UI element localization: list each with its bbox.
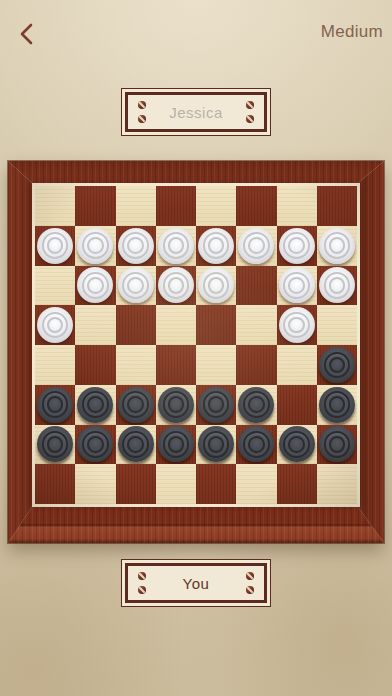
square-b5[interactable] [75,305,115,345]
screw-icon [246,572,254,580]
square-h6[interactable] [317,266,357,306]
square-f4[interactable] [236,345,276,385]
white-piece[interactable] [279,307,315,343]
player-name: You [183,575,210,592]
square-a1[interactable] [35,464,75,504]
white-piece[interactable] [198,228,234,264]
square-d1[interactable] [156,464,196,504]
screw-icon [138,101,146,109]
square-b2[interactable] [75,425,115,465]
square-c8[interactable] [116,186,156,226]
square-e5[interactable] [196,305,236,345]
player-name-plate: You [125,563,267,603]
white-piece[interactable] [279,228,315,264]
square-f8[interactable] [236,186,276,226]
square-f1[interactable] [236,464,276,504]
square-a7[interactable] [35,226,75,266]
square-h2[interactable] [317,425,357,465]
screw-icon [138,115,146,123]
black-piece[interactable] [319,347,355,383]
square-e8[interactable] [196,186,236,226]
black-piece[interactable] [158,426,194,462]
chevron-left-icon [18,32,34,49]
white-piece[interactable] [319,267,355,303]
black-piece[interactable] [198,426,234,462]
black-piece[interactable] [77,387,113,423]
black-piece[interactable] [118,387,154,423]
square-d3[interactable] [156,385,196,425]
board-frame-left [8,161,32,543]
square-d4[interactable] [156,345,196,385]
square-g2[interactable] [277,425,317,465]
square-g6[interactable] [277,266,317,306]
black-piece[interactable] [37,426,73,462]
white-piece[interactable] [319,228,355,264]
square-b4[interactable] [75,345,115,385]
square-b3[interactable] [75,385,115,425]
black-piece[interactable] [279,426,315,462]
square-a2[interactable] [35,425,75,465]
square-c5[interactable] [116,305,156,345]
square-f5[interactable] [236,305,276,345]
square-b8[interactable] [75,186,115,226]
square-a5[interactable] [35,305,75,345]
square-e1[interactable] [196,464,236,504]
square-d2[interactable] [156,425,196,465]
square-d8[interactable] [156,186,196,226]
square-b6[interactable] [75,266,115,306]
white-piece[interactable] [198,267,234,303]
square-g3[interactable] [277,385,317,425]
white-piece[interactable] [158,267,194,303]
square-c2[interactable] [116,425,156,465]
white-piece[interactable] [37,228,73,264]
white-piece[interactable] [118,228,154,264]
square-f7[interactable] [236,226,276,266]
white-piece[interactable] [118,267,154,303]
black-piece[interactable] [77,426,113,462]
opponent-name: Jessica [169,104,223,121]
black-piece[interactable] [319,426,355,462]
square-h4[interactable] [317,345,357,385]
board-frame-top [8,161,384,183]
square-h3[interactable] [317,385,357,425]
board-frame-right [358,161,384,543]
game-board [8,161,384,543]
square-f3[interactable] [236,385,276,425]
white-piece[interactable] [158,228,194,264]
opponent-name-plate: Jessica [125,92,267,132]
white-piece[interactable] [77,267,113,303]
screw-icon [246,115,254,123]
square-h5[interactable] [317,305,357,345]
screw-icon [138,572,146,580]
black-piece[interactable] [198,387,234,423]
square-h7[interactable] [317,226,357,266]
square-h8[interactable] [317,186,357,226]
black-piece[interactable] [238,387,274,423]
square-g8[interactable] [277,186,317,226]
square-g1[interactable] [277,464,317,504]
square-h1[interactable] [317,464,357,504]
square-c4[interactable] [116,345,156,385]
square-a8[interactable] [35,186,75,226]
white-piece[interactable] [77,228,113,264]
square-a4[interactable] [35,345,75,385]
white-piece[interactable] [279,267,315,303]
square-c6[interactable] [116,266,156,306]
square-e2[interactable] [196,425,236,465]
square-e6[interactable] [196,266,236,306]
square-f6[interactable] [236,266,276,306]
black-piece[interactable] [158,387,194,423]
black-piece[interactable] [319,387,355,423]
black-piece[interactable] [37,387,73,423]
square-d7[interactable] [156,226,196,266]
square-a6[interactable] [35,266,75,306]
screw-icon [246,586,254,594]
square-a3[interactable] [35,385,75,425]
square-e7[interactable] [196,226,236,266]
square-d6[interactable] [156,266,196,306]
white-piece[interactable] [37,307,73,343]
square-f2[interactable] [236,425,276,465]
black-piece[interactable] [238,426,274,462]
screw-icon [138,586,146,594]
back-button[interactable] [18,22,38,46]
board-grid [32,183,360,507]
square-g4[interactable] [277,345,317,385]
square-c3[interactable] [116,385,156,425]
square-e3[interactable] [196,385,236,425]
square-c1[interactable] [116,464,156,504]
square-d5[interactable] [156,305,196,345]
square-c7[interactable] [116,226,156,266]
square-b1[interactable] [75,464,115,504]
square-g5[interactable] [277,305,317,345]
square-g7[interactable] [277,226,317,266]
screw-icon [246,101,254,109]
black-piece[interactable] [118,426,154,462]
square-e4[interactable] [196,345,236,385]
board-frame-bottom [8,507,384,543]
white-piece[interactable] [238,228,274,264]
square-b7[interactable] [75,226,115,266]
difficulty-label[interactable]: Medium [321,22,383,42]
